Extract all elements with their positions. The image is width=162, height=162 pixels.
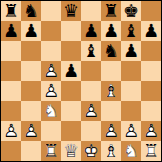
white-piece-outline: ♗ — [101, 141, 121, 161]
square-h7[interactable]: ♟ — [141, 21, 161, 41]
square-d5[interactable]: ♟ — [61, 61, 81, 81]
white-piece-outline: ♕ — [61, 141, 81, 161]
piece-black-bishop: ♝ — [81, 41, 101, 61]
piece-white-queen: ♛♕ — [61, 141, 81, 161]
white-piece-outline: ♙ — [121, 121, 141, 141]
square-f1[interactable]: ♝♗ — [101, 141, 121, 161]
piece-black-king: ♚ — [121, 1, 141, 21]
square-c8[interactable] — [41, 1, 61, 21]
square-a7[interactable]: ♟ — [1, 21, 21, 41]
chess-board: ♜♞♛♜♚♟♟♟♟♝♟♝♞♟♟♙♟♟♙♝♗♞♘♟♙♟♙♟♙♟♙♟♙♟♙♜♖♛♕♚… — [0, 0, 162, 162]
square-b2[interactable]: ♟♙ — [21, 121, 41, 141]
square-h6[interactable] — [141, 41, 161, 61]
square-f4[interactable]: ♝♗ — [101, 81, 121, 101]
white-piece-outline: ♙ — [1, 121, 21, 141]
piece-white-bishop: ♝♗ — [101, 141, 121, 161]
square-g8[interactable]: ♚ — [121, 1, 141, 21]
square-c2[interactable] — [41, 121, 61, 141]
white-piece-outline: ♔ — [81, 141, 101, 161]
square-b4[interactable] — [21, 81, 41, 101]
white-piece-outline: ♙ — [21, 121, 41, 141]
piece-black-queen: ♛ — [61, 1, 81, 21]
piece-white-pawn: ♟♙ — [41, 81, 61, 101]
square-h2[interactable]: ♟♙ — [141, 121, 161, 141]
square-h4[interactable] — [141, 81, 161, 101]
piece-black-pawn: ♟ — [101, 21, 121, 41]
square-d3[interactable] — [61, 101, 81, 121]
piece-white-king: ♚♔ — [81, 141, 101, 161]
square-d4[interactable] — [61, 81, 81, 101]
square-e1[interactable]: ♚♔ — [81, 141, 101, 161]
square-h8[interactable] — [141, 1, 161, 21]
square-g5[interactable] — [121, 61, 141, 81]
square-g4[interactable] — [121, 81, 141, 101]
piece-black-knight: ♞ — [101, 41, 121, 61]
piece-white-pawn: ♟♙ — [81, 101, 101, 121]
piece-white-bishop: ♝♗ — [101, 81, 121, 101]
square-f2[interactable]: ♟♙ — [101, 121, 121, 141]
square-g7[interactable]: ♝ — [121, 21, 141, 41]
piece-white-pawn: ♟♙ — [41, 61, 61, 81]
piece-black-rook: ♜ — [101, 1, 121, 21]
square-b8[interactable]: ♞ — [21, 1, 41, 21]
square-d6[interactable] — [61, 41, 81, 61]
white-piece-outline: ♙ — [141, 121, 161, 141]
square-c4[interactable]: ♟♙ — [41, 81, 61, 101]
square-e7[interactable]: ♟ — [81, 21, 101, 41]
square-a2[interactable]: ♟♙ — [1, 121, 21, 141]
square-a3[interactable] — [1, 101, 21, 121]
square-c1[interactable]: ♜♖ — [41, 141, 61, 161]
square-e4[interactable] — [81, 81, 101, 101]
piece-white-knight: ♞♘ — [121, 141, 141, 161]
piece-black-pawn: ♟ — [21, 21, 41, 41]
square-g1[interactable]: ♞♘ — [121, 141, 141, 161]
square-a4[interactable] — [1, 81, 21, 101]
square-f5[interactable] — [101, 61, 121, 81]
square-f3[interactable] — [101, 101, 121, 121]
square-e5[interactable] — [81, 61, 101, 81]
square-h1[interactable]: ♜♖ — [141, 141, 161, 161]
piece-black-knight: ♞ — [21, 1, 41, 21]
square-b6[interactable] — [21, 41, 41, 61]
piece-white-pawn: ♟♙ — [101, 121, 121, 141]
square-a1[interactable] — [1, 141, 21, 161]
square-f7[interactable]: ♟ — [101, 21, 121, 41]
piece-white-pawn: ♟♙ — [121, 121, 141, 141]
white-piece-outline: ♖ — [141, 141, 161, 161]
square-a6[interactable] — [1, 41, 21, 61]
white-piece-outline: ♘ — [121, 141, 141, 161]
piece-black-pawn: ♟ — [121, 41, 141, 61]
square-e8[interactable] — [81, 1, 101, 21]
square-h5[interactable] — [141, 61, 161, 81]
square-g3[interactable] — [121, 101, 141, 121]
piece-black-pawn: ♟ — [141, 21, 161, 41]
white-piece-outline: ♘ — [41, 101, 61, 121]
square-g6[interactable]: ♟ — [121, 41, 141, 61]
white-piece-outline: ♙ — [41, 61, 61, 81]
square-e2[interactable] — [81, 121, 101, 141]
piece-white-knight: ♞♘ — [41, 101, 61, 121]
square-c3[interactable]: ♞♘ — [41, 101, 61, 121]
piece-black-bishop: ♝ — [121, 21, 141, 41]
square-f6[interactable]: ♞ — [101, 41, 121, 61]
white-piece-outline: ♙ — [81, 101, 101, 121]
piece-white-rook: ♜♖ — [141, 141, 161, 161]
square-e6[interactable]: ♝ — [81, 41, 101, 61]
square-e3[interactable]: ♟♙ — [81, 101, 101, 121]
square-b3[interactable] — [21, 101, 41, 121]
square-a8[interactable]: ♜ — [1, 1, 21, 21]
square-c7[interactable] — [41, 21, 61, 41]
white-piece-outline: ♙ — [41, 81, 61, 101]
white-piece-outline: ♗ — [101, 81, 121, 101]
square-b1[interactable] — [21, 141, 41, 161]
piece-black-pawn: ♟ — [61, 61, 81, 81]
white-piece-outline: ♖ — [41, 141, 61, 161]
square-d1[interactable]: ♛♕ — [61, 141, 81, 161]
piece-white-pawn: ♟♙ — [141, 121, 161, 141]
piece-white-pawn: ♟♙ — [21, 121, 41, 141]
square-f8[interactable]: ♜ — [101, 1, 121, 21]
square-d2[interactable] — [61, 121, 81, 141]
square-g2[interactable]: ♟♙ — [121, 121, 141, 141]
square-d8[interactable]: ♛ — [61, 1, 81, 21]
square-b7[interactable]: ♟ — [21, 21, 41, 41]
piece-white-pawn: ♟♙ — [1, 121, 21, 141]
square-a5[interactable] — [1, 61, 21, 81]
piece-black-pawn: ♟ — [81, 21, 101, 41]
square-b5[interactable] — [21, 61, 41, 81]
piece-black-rook: ♜ — [1, 1, 21, 21]
square-h3[interactable] — [141, 101, 161, 121]
piece-white-rook: ♜♖ — [41, 141, 61, 161]
white-piece-outline: ♙ — [101, 121, 121, 141]
square-c5[interactable]: ♟♙ — [41, 61, 61, 81]
square-d7[interactable] — [61, 21, 81, 41]
piece-black-pawn: ♟ — [1, 21, 21, 41]
square-c6[interactable] — [41, 41, 61, 61]
